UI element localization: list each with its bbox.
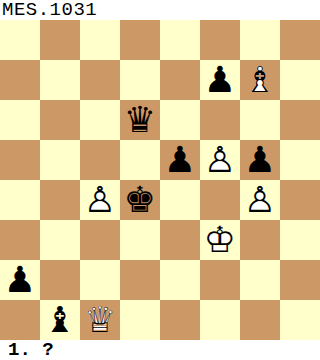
square-c5[interactable] [80,140,120,180]
square-e1[interactable] [160,300,200,340]
square-g3[interactable] [240,220,280,260]
square-b8[interactable] [40,20,80,60]
square-c1[interactable]: ♛♕ [80,300,120,340]
square-f3[interactable]: ♚♔ [200,220,240,260]
square-f7[interactable]: ♟ [200,60,240,100]
square-a2[interactable]: ♟ [0,260,40,300]
square-g6[interactable] [240,100,280,140]
square-h6[interactable] [280,100,320,140]
white-king-outline: ♔ [204,220,236,260]
white-pawn-outline: ♙ [84,180,116,220]
chess-diagram-page: MES.1031 ♟♝♗♛♟♟♙♟♟♙♚♟♙♚♔♟♝♛♕ 1. ? [0,0,320,360]
white-pawn: ♟♙ [84,180,116,220]
white-pawn: ♟♙ [204,140,236,180]
square-b4[interactable] [40,180,80,220]
square-e4[interactable] [160,180,200,220]
square-a3[interactable] [0,220,40,260]
square-e7[interactable] [160,60,200,100]
black-pawn: ♟ [244,140,276,180]
square-e2[interactable] [160,260,200,300]
black-pawn: ♟ [4,260,36,300]
square-g7[interactable]: ♝♗ [240,60,280,100]
square-a7[interactable] [0,60,40,100]
square-h5[interactable] [280,140,320,180]
square-h4[interactable] [280,180,320,220]
white-pawn-outline: ♙ [244,180,276,220]
square-a8[interactable] [0,20,40,60]
square-g8[interactable] [240,20,280,60]
square-c4[interactable]: ♟♙ [80,180,120,220]
square-d7[interactable] [120,60,160,100]
square-d8[interactable] [120,20,160,60]
square-d3[interactable] [120,220,160,260]
white-king: ♚♔ [204,220,236,260]
square-b3[interactable] [40,220,80,260]
puzzle-id: MES.1031 [0,0,320,20]
square-f2[interactable] [200,260,240,300]
white-bishop: ♝♗ [244,60,276,100]
square-a4[interactable] [0,180,40,220]
square-h3[interactable] [280,220,320,260]
square-a5[interactable] [0,140,40,180]
square-c6[interactable] [80,100,120,140]
square-b2[interactable] [40,260,80,300]
square-f5[interactable]: ♟♙ [200,140,240,180]
square-d2[interactable] [120,260,160,300]
square-g5[interactable]: ♟ [240,140,280,180]
square-c7[interactable] [80,60,120,100]
white-queen: ♛♕ [84,300,116,340]
black-bishop: ♝ [44,300,76,340]
move-prompt: 1. ? [0,340,320,360]
square-g4[interactable]: ♟♙ [240,180,280,220]
white-queen-outline: ♕ [84,300,116,340]
black-pawn: ♟ [164,140,196,180]
square-g1[interactable] [240,300,280,340]
black-queen: ♛ [124,100,156,140]
square-f6[interactable] [200,100,240,140]
square-c2[interactable] [80,260,120,300]
square-g2[interactable] [240,260,280,300]
square-d4[interactable]: ♚ [120,180,160,220]
square-h7[interactable] [280,60,320,100]
square-f8[interactable] [200,20,240,60]
square-h8[interactable] [280,20,320,60]
white-pawn-outline: ♙ [204,140,236,180]
white-bishop-outline: ♗ [244,60,276,100]
square-f4[interactable] [200,180,240,220]
square-b6[interactable] [40,100,80,140]
square-b7[interactable] [40,60,80,100]
square-c3[interactable] [80,220,120,260]
black-king: ♚ [124,180,156,220]
square-d1[interactable] [120,300,160,340]
square-h2[interactable] [280,260,320,300]
square-c8[interactable] [80,20,120,60]
square-b5[interactable] [40,140,80,180]
white-pawn: ♟♙ [244,180,276,220]
square-e8[interactable] [160,20,200,60]
square-d5[interactable] [120,140,160,180]
square-e3[interactable] [160,220,200,260]
square-h1[interactable] [280,300,320,340]
square-a1[interactable] [0,300,40,340]
square-d6[interactable]: ♛ [120,100,160,140]
square-f1[interactable] [200,300,240,340]
black-pawn: ♟ [204,60,236,100]
square-e6[interactable] [160,100,200,140]
square-e5[interactable]: ♟ [160,140,200,180]
square-a6[interactable] [0,100,40,140]
square-b1[interactable]: ♝ [40,300,80,340]
chess-board: ♟♝♗♛♟♟♙♟♟♙♚♟♙♚♔♟♝♛♕ [0,20,320,340]
